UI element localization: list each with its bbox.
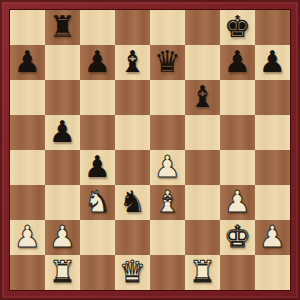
black-rook-b8: ♜ bbox=[49, 12, 76, 42]
square-d1[interactable]: ♛ bbox=[115, 255, 150, 290]
square-h1[interactable] bbox=[255, 255, 290, 290]
square-a8[interactable] bbox=[10, 10, 45, 45]
square-b8[interactable]: ♜ bbox=[45, 10, 80, 45]
square-h6[interactable] bbox=[255, 80, 290, 115]
white-queen-d1: ♛ bbox=[119, 257, 146, 287]
square-f5[interactable] bbox=[185, 115, 220, 150]
white-king-g2: ♚ bbox=[224, 222, 251, 252]
square-h5[interactable] bbox=[255, 115, 290, 150]
black-bishop-f6: ♝ bbox=[189, 82, 216, 112]
square-e6[interactable] bbox=[150, 80, 185, 115]
square-e7[interactable]: ♛ bbox=[150, 45, 185, 80]
square-g3[interactable]: ♟ bbox=[220, 185, 255, 220]
square-c7[interactable]: ♟ bbox=[80, 45, 115, 80]
square-g6[interactable] bbox=[220, 80, 255, 115]
square-d3[interactable]: ♞ bbox=[115, 185, 150, 220]
square-f6[interactable]: ♝ bbox=[185, 80, 220, 115]
white-pawn-a2: ♟ bbox=[14, 222, 41, 252]
white-pawn-g3: ♟ bbox=[224, 187, 251, 217]
square-h3[interactable] bbox=[255, 185, 290, 220]
black-pawn-c7: ♟ bbox=[84, 47, 111, 77]
square-h4[interactable] bbox=[255, 150, 290, 185]
white-pawn-b2: ♟ bbox=[49, 222, 76, 252]
square-a2[interactable]: ♟ bbox=[10, 220, 45, 255]
white-rook-b1: ♜ bbox=[49, 257, 76, 287]
square-f2[interactable] bbox=[185, 220, 220, 255]
white-pawn-e4: ♟ bbox=[154, 152, 181, 182]
square-e4[interactable]: ♟ bbox=[150, 150, 185, 185]
square-g1[interactable] bbox=[220, 255, 255, 290]
black-pawn-c4: ♟ bbox=[84, 152, 111, 182]
white-bishop-e3: ♝ bbox=[154, 187, 181, 217]
black-pawn-b5: ♟ bbox=[49, 117, 76, 147]
square-g5[interactable] bbox=[220, 115, 255, 150]
square-f3[interactable] bbox=[185, 185, 220, 220]
square-c3[interactable]: ♞ bbox=[80, 185, 115, 220]
square-g8[interactable]: ♚ bbox=[220, 10, 255, 45]
square-a5[interactable] bbox=[10, 115, 45, 150]
black-queen-e7: ♛ bbox=[154, 47, 181, 77]
square-c8[interactable] bbox=[80, 10, 115, 45]
white-knight-c3: ♞ bbox=[84, 187, 111, 217]
square-h8[interactable] bbox=[255, 10, 290, 45]
square-e1[interactable] bbox=[150, 255, 185, 290]
square-d6[interactable] bbox=[115, 80, 150, 115]
square-c2[interactable] bbox=[80, 220, 115, 255]
square-c1[interactable] bbox=[80, 255, 115, 290]
square-b6[interactable] bbox=[45, 80, 80, 115]
square-a7[interactable]: ♟ bbox=[10, 45, 45, 80]
square-a4[interactable] bbox=[10, 150, 45, 185]
square-f4[interactable] bbox=[185, 150, 220, 185]
square-g7[interactable]: ♟ bbox=[220, 45, 255, 80]
square-a3[interactable] bbox=[10, 185, 45, 220]
square-b2[interactable]: ♟ bbox=[45, 220, 80, 255]
square-b1[interactable]: ♜ bbox=[45, 255, 80, 290]
square-e3[interactable]: ♝ bbox=[150, 185, 185, 220]
square-a6[interactable] bbox=[10, 80, 45, 115]
square-b7[interactable] bbox=[45, 45, 80, 80]
white-pawn-h2: ♟ bbox=[259, 222, 286, 252]
white-rook-f1: ♜ bbox=[189, 257, 216, 287]
square-f8[interactable] bbox=[185, 10, 220, 45]
square-b3[interactable] bbox=[45, 185, 80, 220]
square-h7[interactable]: ♟ bbox=[255, 45, 290, 80]
square-d5[interactable] bbox=[115, 115, 150, 150]
square-g4[interactable] bbox=[220, 150, 255, 185]
black-pawn-g7: ♟ bbox=[224, 47, 251, 77]
square-d7[interactable]: ♝ bbox=[115, 45, 150, 80]
black-knight-d3: ♞ bbox=[119, 187, 146, 217]
black-king-g8: ♚ bbox=[224, 12, 251, 42]
square-c6[interactable] bbox=[80, 80, 115, 115]
square-f1[interactable]: ♜ bbox=[185, 255, 220, 290]
chess-board: ♜♚♟♟♝♛♟♟♝♟♟♟♞♞♝♟♟♟♚♟♜♛♜ bbox=[10, 10, 290, 290]
square-e8[interactable] bbox=[150, 10, 185, 45]
square-d4[interactable] bbox=[115, 150, 150, 185]
board-frame: ♜♚♟♟♝♛♟♟♝♟♟♟♞♞♝♟♟♟♚♟♜♛♜ bbox=[0, 0, 300, 300]
square-g2[interactable]: ♚ bbox=[220, 220, 255, 255]
square-e2[interactable] bbox=[150, 220, 185, 255]
black-bishop-d7: ♝ bbox=[119, 47, 146, 77]
square-c5[interactable] bbox=[80, 115, 115, 150]
square-a1[interactable] bbox=[10, 255, 45, 290]
square-d2[interactable] bbox=[115, 220, 150, 255]
square-b4[interactable] bbox=[45, 150, 80, 185]
square-b5[interactable]: ♟ bbox=[45, 115, 80, 150]
square-f7[interactable] bbox=[185, 45, 220, 80]
square-c4[interactable]: ♟ bbox=[80, 150, 115, 185]
black-pawn-a7: ♟ bbox=[14, 47, 41, 77]
black-pawn-h7: ♟ bbox=[259, 47, 286, 77]
square-e5[interactable] bbox=[150, 115, 185, 150]
square-h2[interactable]: ♟ bbox=[255, 220, 290, 255]
square-d8[interactable] bbox=[115, 10, 150, 45]
